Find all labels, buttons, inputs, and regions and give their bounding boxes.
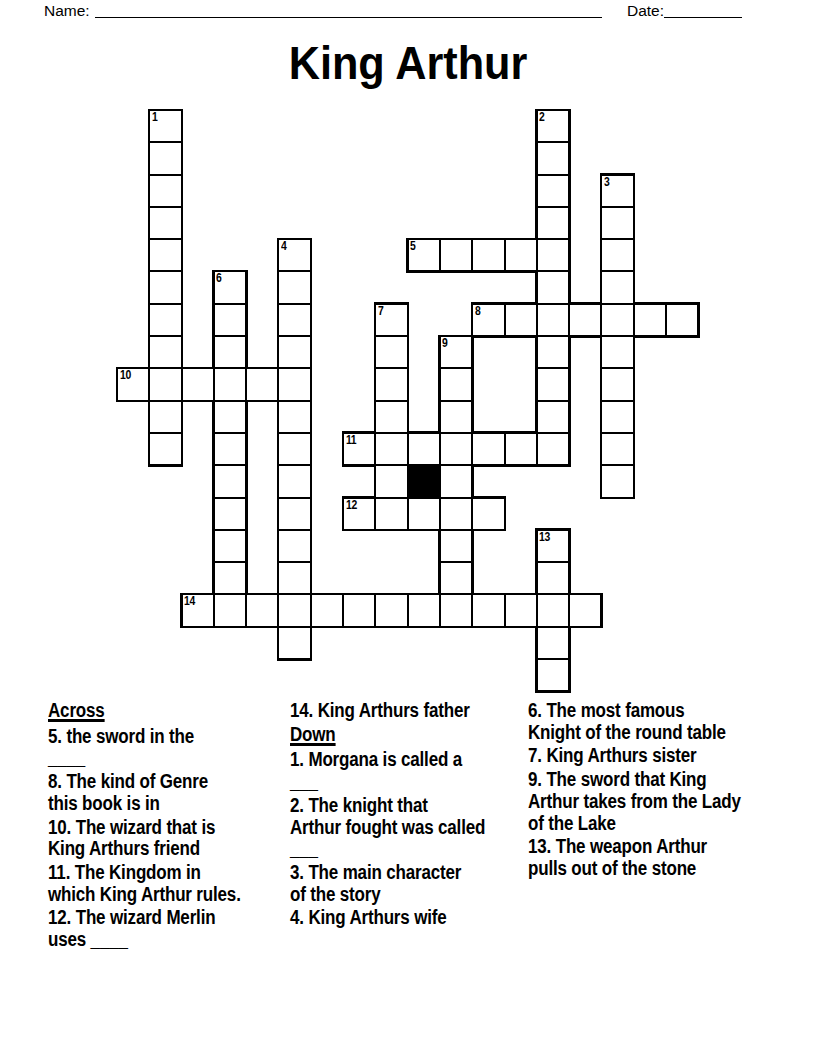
grid-cell[interactable] [310,593,344,627]
grid-cell[interactable] [600,464,634,498]
grid-cell[interactable] [374,367,408,401]
puzzle-title: King Arthur [24,40,791,86]
grid-cell[interactable] [504,238,538,272]
clue-7-down: 7. King Arthurs sister [528,745,768,767]
grid-cell[interactable] [148,432,182,466]
grid-cell[interactable] [407,432,441,466]
cell-number: 3 [604,176,609,188]
grid-cell[interactable] [504,593,538,627]
cell-number: 10 [120,369,131,381]
grid-cell[interactable] [536,432,570,466]
grid-cell[interactable] [568,593,602,627]
grid-cell[interactable]: 2 [536,109,570,143]
grid-cell[interactable] [536,174,570,208]
black-cell [407,464,441,498]
grid-cell[interactable]: 6 [213,270,247,304]
clue-12-across: 12. The wizard Merlin uses ____ [48,907,288,950]
across-header: Across [48,700,288,722]
crossword-grid: 1234567891011121314 [117,110,698,691]
grid-cell[interactable] [600,335,634,369]
grid-cell[interactable] [148,367,182,401]
grid-cell[interactable]: 12 [342,497,376,531]
grid-cell[interactable] [536,626,570,660]
grid-cell[interactable] [536,270,570,304]
grid-cell[interactable] [277,400,311,434]
grid-cell[interactable] [148,206,182,240]
cell-number: 4 [281,240,286,252]
grid-cell[interactable] [439,464,473,498]
grid-cell[interactable] [374,400,408,434]
grid-cell[interactable]: 5 [407,238,441,272]
cell-number: 2 [539,111,544,123]
grid-cell[interactable]: 8 [471,303,505,337]
grid-cell[interactable] [213,400,247,434]
cell-number: 9 [442,337,447,349]
cell-number: 11 [346,434,356,446]
clues-column-down: 6. The most famous Knight of the round t… [528,700,768,882]
grid-cell[interactable] [277,432,311,466]
grid-cell[interactable] [213,335,247,369]
clue-11-across: 11. The Kingdom in which King Arthur rul… [48,862,288,905]
grid-cell[interactable]: 3 [600,174,634,208]
grid-cell[interactable] [277,303,311,337]
grid-cell[interactable] [148,335,182,369]
grid-cell[interactable] [471,238,505,272]
worksheet-page: Name: Date: King Arthur 1234567891011121… [0,0,816,1056]
grid-cell[interactable] [471,497,505,531]
grid-cell[interactable]: 10 [116,367,150,401]
grid-cell[interactable] [439,367,473,401]
clue-6-down: 6. The most famous Knight of the round t… [528,700,768,743]
grid-cell[interactable] [568,303,602,337]
cell-number: 1 [152,111,157,123]
grid-cell[interactable] [536,658,570,692]
clue-3-down: 3. The main character of the story [290,862,530,905]
grid-cell[interactable] [536,400,570,434]
grid-cell[interactable] [504,432,538,466]
clue-5-across: 5. the sword in the ____ [48,726,288,769]
grid-cell[interactable] [439,497,473,531]
grid-cell[interactable]: 14 [181,593,215,627]
grid-cell[interactable] [342,593,376,627]
grid-cell[interactable] [439,432,473,466]
grid-cell[interactable] [536,561,570,595]
grid-cell[interactable] [536,303,570,337]
grid-cell[interactable] [277,529,311,563]
cell-number: 14 [184,595,195,607]
grid-cell[interactable] [633,303,667,337]
grid-cell[interactable] [407,497,441,531]
grid-cell[interactable] [213,529,247,563]
grid-cell[interactable]: 7 [374,303,408,337]
clue-10-across: 10. The wizard that is King Arthurs frie… [48,817,288,860]
date-blank-line[interactable] [664,0,742,18]
grid-cell[interactable] [245,593,279,627]
grid-cell[interactable]: 9 [439,335,473,369]
grid-cell[interactable] [148,400,182,434]
grid-cell[interactable] [439,529,473,563]
grid-cell[interactable] [213,497,247,531]
cell-number: 6 [216,272,221,284]
grid-cell[interactable] [213,561,247,595]
grid-cell[interactable] [600,206,634,240]
grid-cell[interactable] [439,561,473,595]
grid-cell[interactable] [439,400,473,434]
grid-cell[interactable] [600,432,634,466]
grid-cell[interactable] [374,593,408,627]
grid-cell[interactable] [374,335,408,369]
grid-cell[interactable] [536,238,570,272]
grid-cell[interactable] [374,464,408,498]
grid-cell[interactable] [277,335,311,369]
clue-8-across: 8. The kind of Genre this book is in [48,771,288,814]
grid-cell[interactable] [471,432,505,466]
clues-column-across: Across5. the sword in the ____8. The kin… [48,700,288,953]
down-header: Down [290,724,530,746]
grid-cell[interactable] [439,593,473,627]
grid-cell[interactable]: 11 [342,432,376,466]
grid-cell[interactable] [471,593,505,627]
grid-cell[interactable] [277,497,311,531]
grid-cell[interactable] [245,367,279,401]
grid-cell[interactable] [439,238,473,272]
clue-13-down: 13. The weapon Arthur pulls out of the s… [528,836,768,879]
grid-cell[interactable]: 13 [536,529,570,563]
clue-9-down: 9. The sword that King Arthur takes from… [528,769,768,834]
grid-cell[interactable] [277,270,311,304]
grid-cell[interactable] [213,432,247,466]
grid-cell[interactable] [148,270,182,304]
clue-1-down: 1. Morgana is called a ___ [290,749,530,792]
grid-cell[interactable] [277,626,311,660]
grid-cell[interactable] [213,464,247,498]
grid-cell[interactable] [536,367,570,401]
grid-cell[interactable] [148,238,182,272]
grid-cell[interactable] [374,432,408,466]
cell-number: 5 [410,240,415,252]
grid-cell[interactable] [407,593,441,627]
name-blank-line[interactable] [95,0,602,18]
cell-number: 8 [475,305,480,317]
grid-cell[interactable] [213,367,247,401]
grid-cell[interactable] [600,270,634,304]
name-label: Name: [44,2,90,20]
grid-cell[interactable] [504,303,538,337]
grid-cell[interactable] [536,141,570,175]
cell-number: 12 [346,499,357,511]
grid-cell[interactable] [277,593,311,627]
grid-cell[interactable]: 4 [277,238,311,272]
cell-number: 7 [378,305,383,317]
grid-cell[interactable]: 1 [148,109,182,143]
grid-cell[interactable] [277,367,311,401]
date-label: Date: [627,2,664,20]
grid-cell[interactable] [600,238,634,272]
grid-cell[interactable] [665,303,699,337]
grid-cell[interactable] [148,141,182,175]
grid-cell[interactable] [600,367,634,401]
clues-column-middle: 14. King Arthurs fatherDown1. Morgana is… [290,700,530,931]
grid-cell[interactable] [374,497,408,531]
grid-cell[interactable] [213,303,247,337]
grid-cell[interactable] [600,303,634,337]
clue-4-down: 4. King Arthurs wife [290,907,530,929]
grid-cell[interactable] [536,593,570,627]
clue-2-down: 2. The knight that Arthur fought was cal… [290,795,530,860]
grid-cell[interactable] [277,464,311,498]
grid-cell[interactable] [277,561,311,595]
grid-cell[interactable] [148,174,182,208]
grid-cell[interactable] [181,367,215,401]
grid-cell[interactable] [213,593,247,627]
clue-14-across: 14. King Arthurs father [290,700,530,722]
grid-cell[interactable] [536,335,570,369]
grid-cell[interactable] [536,206,570,240]
cell-number: 13 [539,531,550,543]
grid-cell[interactable] [148,303,182,337]
grid-cell[interactable] [600,400,634,434]
